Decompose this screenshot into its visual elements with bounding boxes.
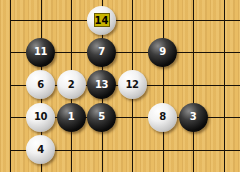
go-board[interactable]: 1234567891011121314 bbox=[0, 0, 240, 172]
stone-move-number: 10 bbox=[34, 112, 47, 122]
stone-move-number: 8 bbox=[159, 112, 165, 122]
stone-move-number: 11 bbox=[34, 47, 47, 57]
last-move-badge: 14 bbox=[94, 13, 110, 27]
stone-move-number: 3 bbox=[190, 112, 196, 122]
stone-move-number: 5 bbox=[98, 112, 104, 122]
stone-5-black[interactable]: 5 bbox=[87, 103, 116, 132]
stone-9-black[interactable]: 9 bbox=[148, 38, 177, 67]
stone-move-number: 13 bbox=[95, 80, 108, 90]
stone-1-black[interactable]: 1 bbox=[57, 103, 86, 132]
stone-8-white[interactable]: 8 bbox=[148, 103, 177, 132]
board-gridline-horizontal bbox=[10, 20, 240, 21]
stone-move-number: 6 bbox=[37, 80, 43, 90]
stone-14-white[interactable]: 14 bbox=[87, 6, 116, 35]
board-gridline-vertical bbox=[10, 0, 11, 172]
stone-4-white[interactable]: 4 bbox=[26, 135, 55, 164]
stone-11-black[interactable]: 11 bbox=[26, 38, 55, 67]
board-gridline-vertical bbox=[163, 0, 164, 172]
stone-move-number: 2 bbox=[68, 80, 74, 90]
stone-6-white[interactable]: 6 bbox=[26, 70, 55, 99]
stone-10-white[interactable]: 10 bbox=[26, 103, 55, 132]
stone-move-number: 7 bbox=[98, 47, 104, 57]
stone-12-white[interactable]: 12 bbox=[118, 70, 147, 99]
stone-7-black[interactable]: 7 bbox=[87, 38, 116, 67]
stone-move-number: 12 bbox=[126, 80, 139, 90]
board-gridline-vertical bbox=[193, 0, 194, 172]
stone-2-white[interactable]: 2 bbox=[57, 70, 86, 99]
stone-13-black[interactable]: 13 bbox=[87, 70, 116, 99]
stone-move-number: 4 bbox=[37, 145, 43, 155]
stone-move-number: 9 bbox=[159, 47, 165, 57]
board-gridline-vertical bbox=[224, 0, 225, 172]
stone-3-black[interactable]: 3 bbox=[179, 103, 208, 132]
stone-move-number: 1 bbox=[68, 112, 74, 122]
